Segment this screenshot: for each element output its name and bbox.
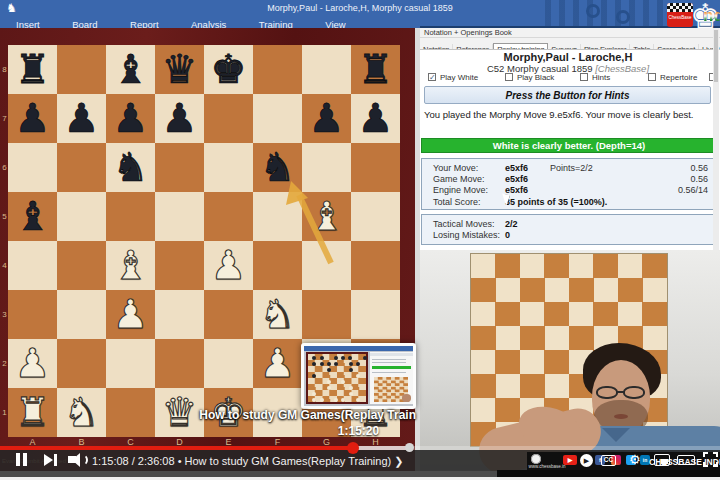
square-a3[interactable] [8,290,57,339]
piece-black-g7[interactable]: ♟ [302,94,351,143]
checkbox-hints-label: Hints [592,73,610,82]
square-a4[interactable] [8,241,57,290]
deco-ring [586,4,600,18]
square-c2[interactable] [106,339,155,388]
square-f7[interactable] [253,94,302,143]
square-d3[interactable] [155,290,204,339]
piece-black-d8[interactable]: ♛ [155,45,204,94]
elapsed-total-time: 1:15:08 / 2:36:08 [92,455,175,467]
next-button[interactable] [44,454,58,466]
piece-white-f3[interactable]: ♞ [253,290,302,339]
tab-surveys[interactable]: Surveys [548,44,581,50]
shirt-collar [602,428,630,442]
thumb-eval-bar [372,366,411,369]
square-f4[interactable] [253,241,302,290]
tactical-moves-value: 2/2 [505,219,518,229]
your-move-eval: 0.56 [652,163,708,173]
feedback-text: You played the Morphy Move 9.e5xf6. Your… [424,109,714,120]
rank-label-2: 2 [1,339,8,388]
summary-box: Tactical Moves: 2/2 Losing Mistakes: 0 [421,214,717,245]
rank-label-5: 5 [1,192,8,241]
volume-button[interactable] [68,453,90,467]
tab-score-sheet[interactable]: Score sheet [654,44,699,50]
square-e3[interactable] [204,290,253,339]
progress-handle[interactable] [347,442,359,454]
piece-white-c4[interactable]: ♝ [106,241,155,290]
rank-label-8: 8 [1,45,8,94]
thumb-line [372,372,406,373]
checkbox-repertoire[interactable] [648,73,656,81]
chessbase-title-bar: ♞ Morphy,Paul - Laroche,H, Morphy casual… [0,0,720,28]
losing-mistakes-label: Losing Mistakes: [433,230,500,240]
tactical-moves-label: Tactical Moves: [433,219,495,229]
square-h4[interactable] [351,241,400,290]
square-d2[interactable] [155,339,204,388]
square-c5[interactable] [106,192,155,241]
piece-white-a2[interactable]: ♟ [8,339,57,388]
tab-table[interactable]: Table [630,44,654,50]
tab-notation[interactable]: Notation [420,44,453,50]
square-b6[interactable] [57,143,106,192]
checkbox-play-black[interactable] [505,73,513,81]
piece-white-c3[interactable]: ♟ [106,290,155,339]
piece-white-f2[interactable]: ♟ [253,339,302,388]
india-logo-text: nd [703,6,720,26]
piece-black-b7[interactable]: ♟ [57,94,106,143]
piece-black-c8[interactable]: ♝ [106,45,155,94]
piece-black-h7[interactable]: ♟ [351,94,400,143]
progress-hover-fill [353,446,409,450]
square-f5[interactable] [253,192,302,241]
losing-mistakes-value: 0 [505,230,510,240]
piece-black-e8[interactable]: ♚ [204,45,253,94]
square-g8[interactable] [302,45,351,94]
panel-tabs: NotationReferenceReplay trainingSurveysP… [420,38,720,50]
progress-hover-dot [405,443,414,452]
miniplayer-button[interactable] [654,454,670,466]
square-h5[interactable] [351,192,400,241]
square-e6[interactable] [204,143,253,192]
your-move-value: e5xf6 [505,163,528,173]
checkbox-play-black-label: Play Black [517,73,554,82]
glasses-bridge [616,391,624,393]
thumb-board-frame [306,352,368,404]
rank-label-4: 4 [1,241,8,290]
captions-button[interactable]: CC [601,455,616,466]
points-value: Points=2/2 [550,163,593,173]
piece-white-g5[interactable]: ♝ [302,192,351,241]
progress-played[interactable] [0,446,353,450]
seek-preview-thumbnail [301,343,416,409]
tab-plan-explorer[interactable]: Plan Explorer [581,44,630,50]
youtube-video-frame: ♞ Morphy,Paul - Laroche,H, Morphy casual… [0,0,720,480]
engine-move-label: Engine Move: [433,185,488,195]
thumb-tabs [370,353,413,356]
square-b8[interactable] [57,45,106,94]
square-e2[interactable] [204,339,253,388]
thumb-panel [370,352,413,404]
checkbox-play-white-label: Play White [440,73,478,82]
total-score-value: 35 points of 35 (=100%). [505,197,607,207]
game-move-value: e5xf6 [505,174,528,184]
piece-black-a7[interactable]: ♟ [8,94,57,143]
piece-black-a5[interactable]: ♝ [8,192,57,241]
your-move-label: Your Move: [433,163,478,173]
hints-button[interactable]: Press the Button for Hints [424,86,711,104]
game-move-eval: 0.56 [652,174,708,184]
panel-header: Notation + Openings Book [420,28,720,38]
game-title: Morphy,Paul - Laroche,H [420,51,716,63]
rank-label-3: 3 [1,290,8,339]
rank-label-1: 1 [1,388,8,437]
square-b2[interactable] [57,339,106,388]
thumb-line [372,359,406,360]
square-d6[interactable] [155,143,204,192]
autoplay-toggle[interactable]: ▶ [580,454,593,467]
square-g6[interactable] [302,143,351,192]
preview-time: 1:15:20 [301,424,416,438]
thumb-presenter-head [402,394,411,402]
youtube-icon: ▶ [563,455,577,465]
square-h6[interactable] [351,143,400,192]
piece-white-e4[interactable]: ♟ [204,241,253,290]
checkbox-hints[interactable] [580,73,588,81]
square-f8[interactable] [253,45,302,94]
square-e7[interactable] [204,94,253,143]
checkbox-repertoire-label: Repertoire [660,73,697,82]
globe-icon [531,454,541,464]
piece-black-d7[interactable]: ♟ [155,94,204,143]
piece-black-c6[interactable]: ♞ [106,143,155,192]
square-g4[interactable] [302,241,351,290]
square-b4[interactable] [57,241,106,290]
tab-replay-training[interactable]: Replay training [493,43,548,50]
time-display: 1:15:08 / 2:36:08 • How to study GM Game… [92,455,403,468]
presenter-scene [420,250,720,477]
piece-black-c7[interactable]: ♟ [106,94,155,143]
square-a6[interactable] [8,143,57,192]
total-score-label: Total Score: [433,197,481,207]
thumb-titlebar [304,346,413,351]
thumb-board [308,354,366,402]
pause-button[interactable] [16,453,28,466]
rank-label-7: 7 [1,94,8,143]
bottom-strip-dark [497,470,720,477]
rank-label-6: 6 [1,143,8,192]
chevron-right-icon[interactable]: ❯ [394,455,403,467]
deco-ring [616,10,630,24]
settings-gear-icon[interactable]: ⚙ [629,453,641,466]
theater-mode-button[interactable] [677,455,695,465]
square-g3[interactable] [302,290,351,339]
square-e5[interactable] [204,192,253,241]
engine-move-eval: 0.56/14 [652,185,708,195]
thumb-pieces [312,356,316,360]
piece-black-a8[interactable]: ♜ [8,45,57,94]
chapter-title: How to study GM Games(Replay Train [178,408,416,422]
banner-url: www.chessbase.in [527,464,567,469]
presenter-mouth [614,414,628,419]
deco-bars [545,0,665,26]
fullscreen-button[interactable] [703,452,718,467]
piece-white-a1[interactable]: ♜ [8,388,57,437]
eval-banner: White is clearly better. (Depth=14) [421,138,717,153]
tab-reference[interactable]: Reference [453,44,493,50]
square-d5[interactable] [155,192,204,241]
square-b3[interactable] [57,290,106,339]
checkbox-play-white[interactable]: ✓ [428,73,436,81]
piece-white-b1[interactable]: ♞ [57,388,106,437]
piece-black-f6[interactable]: ♞ [253,143,302,192]
piece-black-h8[interactable]: ♜ [351,45,400,94]
thumb-line [372,362,406,363]
square-d4[interactable] [155,241,204,290]
square-h3[interactable] [351,290,400,339]
scrollbar-thumb[interactable] [714,30,718,82]
glasses-icon [596,386,618,399]
dot-separator: • [178,455,182,467]
video-title[interactable]: How to study GM Games(Replay Training) [185,455,392,467]
glasses-icon [623,386,645,399]
square-c1[interactable] [106,388,155,437]
game-move-label: Game Move: [433,174,485,184]
results-box: Your Move: e5xf6 Points=2/2 0.56 Game Mo… [421,158,717,210]
square-b5[interactable] [57,192,106,241]
